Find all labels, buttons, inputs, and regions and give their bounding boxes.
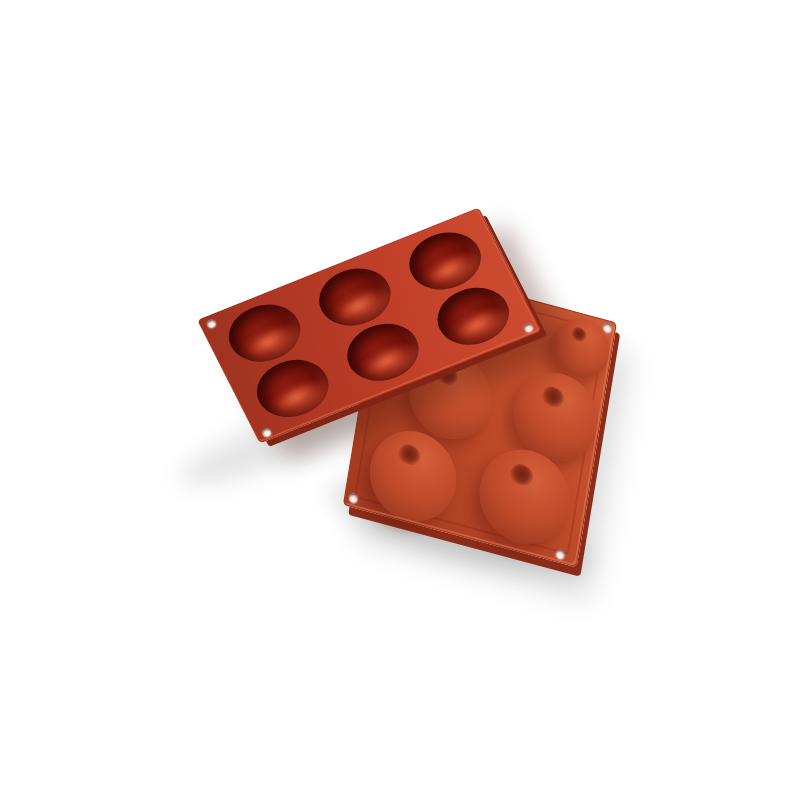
cavity [337, 314, 429, 391]
cavity [427, 278, 519, 355]
corner-hole [555, 548, 565, 559]
dome [363, 421, 462, 531]
dome [507, 363, 604, 471]
product-photo [0, 0, 800, 800]
cavity [246, 350, 338, 427]
cavity [399, 222, 491, 299]
corner-hole [348, 492, 358, 503]
dome [473, 439, 577, 554]
cavity [309, 258, 401, 335]
cavity [218, 295, 310, 372]
corner-hole [522, 322, 534, 333]
corner-hole [602, 321, 612, 332]
corner-hole [205, 318, 217, 329]
corner-hole [260, 427, 272, 438]
dome [549, 312, 615, 385]
